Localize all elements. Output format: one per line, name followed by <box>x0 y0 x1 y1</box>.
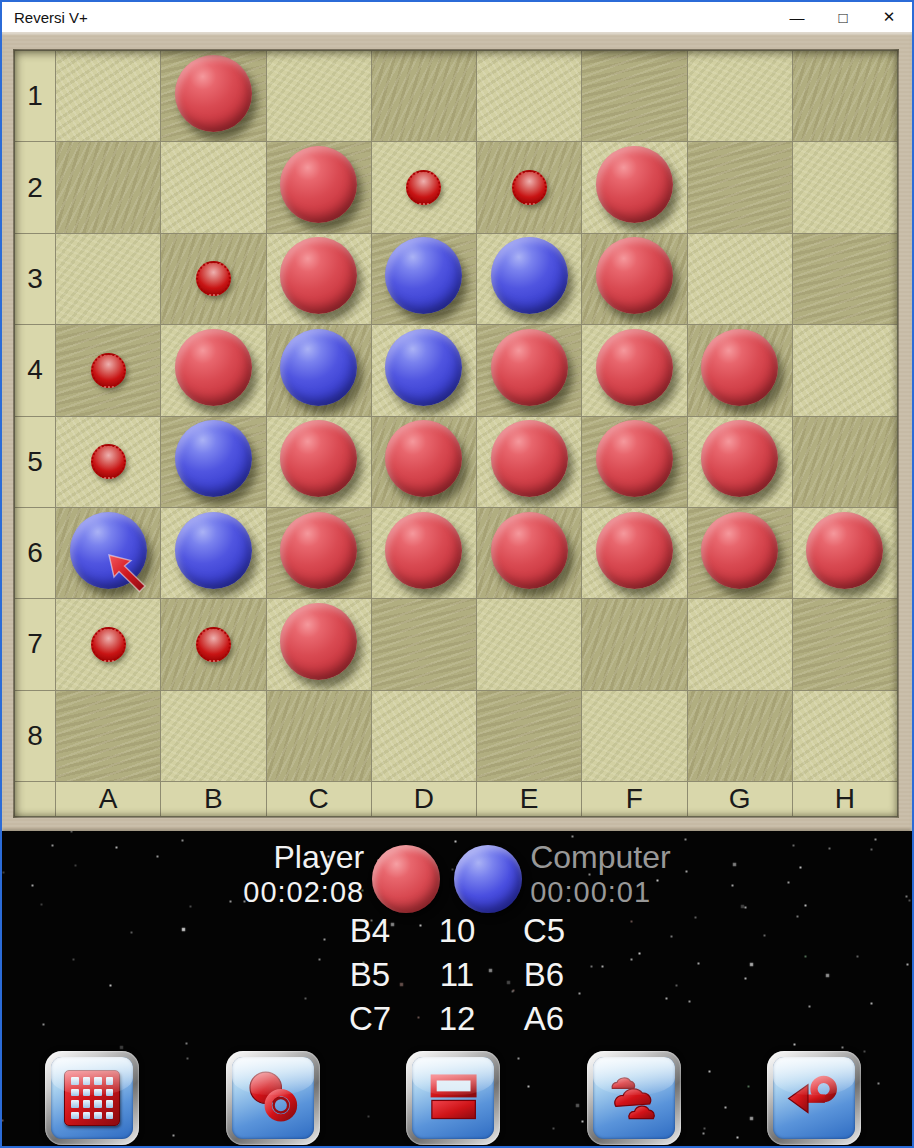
computer-clock: 00:00:01 <box>530 875 651 909</box>
move-number: 10 <box>426 913 488 948</box>
board-cell-a4[interactable] <box>56 325 160 415</box>
computer-move: C5 <box>506 913 582 948</box>
board-cell-e5[interactable] <box>477 417 581 507</box>
row-label-2: 2 <box>15 142 55 232</box>
board-cell-a7[interactable] <box>56 599 160 689</box>
board-cell-c2[interactable] <box>267 142 371 232</box>
player-move: C7 <box>332 1001 408 1036</box>
board-cell-a6[interactable] <box>56 508 160 598</box>
red-disc <box>701 329 778 406</box>
blue-disc <box>491 237 568 314</box>
board-frame: 12345678ABCDEFGH <box>2 32 912 831</box>
red-disc <box>280 512 357 589</box>
row-label-3: 3 <box>15 234 55 324</box>
red-disc <box>280 237 357 314</box>
board-cell-d1[interactable] <box>372 51 476 141</box>
two-discs-icon <box>244 1069 302 1127</box>
blue-disc <box>385 237 462 314</box>
board-cell-g7[interactable] <box>688 599 792 689</box>
red-disc <box>491 420 568 497</box>
undo-arrow-icon <box>785 1069 843 1127</box>
red-disc <box>596 512 673 589</box>
board-cell-h7[interactable] <box>793 599 897 689</box>
move-number: 11 <box>426 957 488 992</box>
row-label-8: 8 <box>15 691 55 781</box>
board-cell-b8[interactable] <box>161 691 265 781</box>
row-label-7: 7 <box>15 599 55 689</box>
board-cell-g6[interactable] <box>688 508 792 598</box>
blue-disc <box>175 420 252 497</box>
red-disc <box>491 329 568 406</box>
level-button[interactable] <box>587 1051 681 1145</box>
red-disc <box>806 512 883 589</box>
red-disc <box>280 603 357 680</box>
clouds-icon <box>605 1069 663 1127</box>
red-disc <box>280 420 357 497</box>
red-disc <box>175 329 252 406</box>
board-cell-f8[interactable] <box>582 691 686 781</box>
board-cell-d8[interactable] <box>372 691 476 781</box>
board-cell-d6[interactable] <box>372 508 476 598</box>
board-cell-g2[interactable] <box>688 142 792 232</box>
board-cell-c4[interactable] <box>267 325 371 415</box>
board-cell-f5[interactable] <box>582 417 686 507</box>
player-clock: 00:02:08 <box>243 875 364 909</box>
red-disc <box>175 55 252 132</box>
board-grid: 12345678ABCDEFGH <box>14 50 898 817</box>
board-cell-b3[interactable] <box>161 234 265 324</box>
board-cell-g4[interactable] <box>688 325 792 415</box>
board-cell-b4[interactable] <box>161 325 265 415</box>
legal-move-hint[interactable] <box>196 627 231 662</box>
board-cell-b5[interactable] <box>161 417 265 507</box>
board-cell-g5[interactable] <box>688 417 792 507</box>
player-info: Player 00:02:08 <box>243 839 364 909</box>
red-disc <box>596 329 673 406</box>
red-disc <box>596 420 673 497</box>
computer-move: B6 <box>506 957 582 992</box>
board-cell-f7[interactable] <box>582 599 686 689</box>
row-label-4: 4 <box>15 325 55 415</box>
board-cell-a2[interactable] <box>56 142 160 232</box>
board-cell-e3[interactable] <box>477 234 581 324</box>
board-cell-b7[interactable] <box>161 599 265 689</box>
row-label-5: 5 <box>15 417 55 507</box>
board-cell-d3[interactable] <box>372 234 476 324</box>
toolbar <box>2 1050 912 1146</box>
maximize-button[interactable]: □ <box>820 2 866 32</box>
board-cell-b1[interactable] <box>161 51 265 141</box>
board-cell-f3[interactable] <box>582 234 686 324</box>
discs-button[interactable] <box>226 1051 320 1145</box>
board-cell-h6[interactable] <box>793 508 897 598</box>
board-cell-c8[interactable] <box>267 691 371 781</box>
blue-disc <box>385 329 462 406</box>
computer-move: A6 <box>506 1001 582 1036</box>
move-number: 12 <box>426 1001 488 1036</box>
red-disc <box>701 420 778 497</box>
legal-move-hint[interactable] <box>91 627 126 662</box>
legal-move-hint[interactable] <box>91 444 126 479</box>
col-label-d: D <box>372 782 476 816</box>
board-cell-d2[interactable] <box>372 142 476 232</box>
board-cell-c7[interactable] <box>267 599 371 689</box>
board-cell-h2[interactable] <box>793 142 897 232</box>
board-cell-c6[interactable] <box>267 508 371 598</box>
board-cell-a3[interactable] <box>56 234 160 324</box>
bars-icon <box>424 1069 482 1127</box>
red-disc <box>491 512 568 589</box>
board-cell-f1[interactable] <box>582 51 686 141</box>
board-cell-e1[interactable] <box>477 51 581 141</box>
blue-disc <box>175 512 252 589</box>
blue-disc <box>280 329 357 406</box>
close-button[interactable]: ✕ <box>866 2 912 32</box>
col-label-a: A <box>56 782 160 816</box>
board-cell-h5[interactable] <box>793 417 897 507</box>
undo-button[interactable] <box>767 1051 861 1145</box>
minimize-button[interactable]: — <box>774 2 820 32</box>
computer-info: Computer 00:00:01 <box>530 839 671 909</box>
board-cell-a8[interactable] <box>56 691 160 781</box>
legal-move-hint[interactable] <box>91 353 126 388</box>
board-cell-f6[interactable] <box>582 508 686 598</box>
title-bar: Reversi V+ — □ ✕ <box>2 2 912 32</box>
status-panel: Player 00:02:08 Computer 00:00:01 B410C5… <box>2 831 912 1146</box>
board-cell-f4[interactable] <box>582 325 686 415</box>
board-cell-d5[interactable] <box>372 417 476 507</box>
col-label-e: E <box>477 782 581 816</box>
col-label-f: F <box>582 782 686 816</box>
col-label-b: B <box>161 782 265 816</box>
legal-move-hint[interactable] <box>512 170 547 205</box>
board-cell-a1[interactable] <box>56 51 160 141</box>
legal-move-hint[interactable] <box>406 170 441 205</box>
board-cell-e2[interactable] <box>477 142 581 232</box>
board-corner <box>15 782 55 816</box>
board-cell-a5[interactable] <box>56 417 160 507</box>
board-cell-e7[interactable] <box>477 599 581 689</box>
board-cell-e4[interactable] <box>477 325 581 415</box>
player-disc-icon <box>372 845 440 913</box>
row-label-1: 1 <box>15 51 55 141</box>
row-label-6: 6 <box>15 508 55 598</box>
board-cell-g8[interactable] <box>688 691 792 781</box>
board-cell-g1[interactable] <box>688 51 792 141</box>
legal-move-hint[interactable] <box>196 261 231 296</box>
board-cell-c1[interactable] <box>267 51 371 141</box>
board-cell-h3[interactable] <box>793 234 897 324</box>
board-cell-d7[interactable] <box>372 599 476 689</box>
col-label-c: C <box>267 782 371 816</box>
board-cell-h8[interactable] <box>793 691 897 781</box>
red-disc <box>596 146 673 223</box>
board-cell-g3[interactable] <box>688 234 792 324</box>
board-cell-e8[interactable] <box>477 691 581 781</box>
move-list: B410C5B511B6C712A6 <box>332 913 582 1036</box>
board-cell-b2[interactable] <box>161 142 265 232</box>
board-cell-e6[interactable] <box>477 508 581 598</box>
computer-disc-icon <box>454 845 522 913</box>
app-window: Reversi V+ — □ ✕ 12345678ABCDEFGH Player… <box>0 0 914 1148</box>
col-label-g: G <box>688 782 792 816</box>
red-disc <box>385 420 462 497</box>
player-label: Player <box>273 839 364 875</box>
red-disc <box>596 237 673 314</box>
computer-label: Computer <box>530 839 671 875</box>
grid-icon <box>64 1070 120 1126</box>
new-game-button[interactable] <box>45 1051 139 1145</box>
player-move: B4 <box>332 913 408 948</box>
starfield <box>2 831 3 832</box>
red-disc <box>385 512 462 589</box>
board-cell-c3[interactable] <box>267 234 371 324</box>
col-label-h: H <box>793 782 897 816</box>
window-title: Reversi V+ <box>14 9 88 26</box>
board-cell-h4[interactable] <box>793 325 897 415</box>
board-cell-f2[interactable] <box>582 142 686 232</box>
board-cell-d4[interactable] <box>372 325 476 415</box>
layout-button[interactable] <box>406 1051 500 1145</box>
score-row: Player 00:02:08 Computer 00:00:01 <box>2 839 912 913</box>
board-cell-c5[interactable] <box>267 417 371 507</box>
board-cell-b6[interactable] <box>161 508 265 598</box>
window-controls: — □ ✕ <box>774 2 912 32</box>
player-move: B5 <box>332 957 408 992</box>
red-disc <box>701 512 778 589</box>
board-cell-h1[interactable] <box>793 51 897 141</box>
blue-disc <box>70 512 147 589</box>
red-disc <box>280 146 357 223</box>
